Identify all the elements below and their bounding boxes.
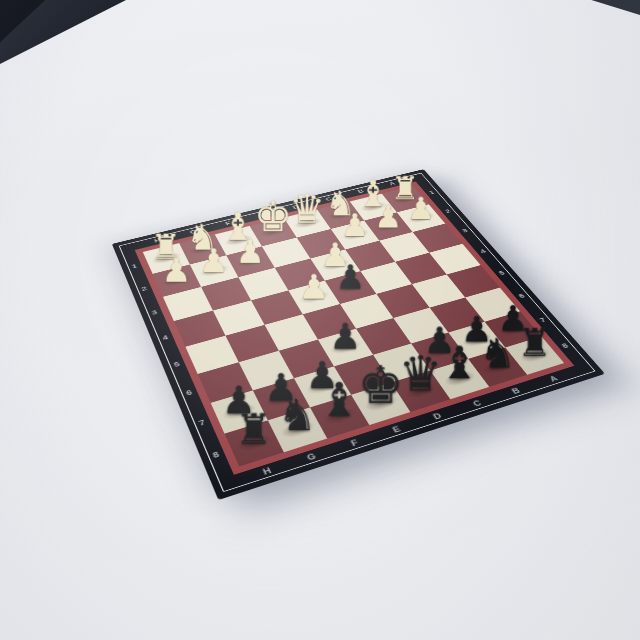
- chess-board: 11HH22GG33FF44EE55DD66CC77BB88AA♜♝♞♛♚♝♞♜…: [112, 169, 605, 500]
- square-g5: [225, 325, 278, 362]
- photo-scene: 11HH22GG33FF44EE55DD66CC77BB88AA♜♝♞♛♚♝♞♜…: [0, 0, 640, 640]
- table-surface: 11HH22GG33FF44EE55DD66CC77BB88AA♜♝♞♛♚♝♞♜…: [0, 0, 640, 640]
